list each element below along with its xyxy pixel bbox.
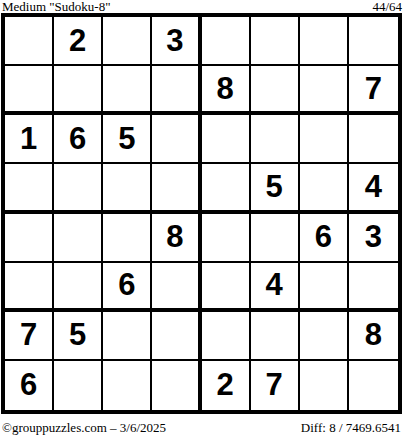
cell-r2c1-empty[interactable] xyxy=(5,66,54,115)
cell-r4c4-empty[interactable] xyxy=(152,164,201,213)
cell-r6c3-given[interactable]: 6 xyxy=(103,263,152,312)
progress-counter: 44/64 xyxy=(372,0,402,13)
cell-r7c1-given[interactable]: 7 xyxy=(5,312,54,361)
cell-r7c8-given[interactable]: 8 xyxy=(349,312,398,361)
cell-r8c7-empty[interactable] xyxy=(300,361,349,410)
cell-r1c5-empty[interactable] xyxy=(202,17,251,66)
cell-r4c6-given[interactable]: 5 xyxy=(251,164,300,213)
cell-r4c5-empty[interactable] xyxy=(202,164,251,213)
difficulty-rating: Diff: 8 / 7469.6541 xyxy=(301,421,401,435)
cell-r1c4-given[interactable]: 3 xyxy=(152,17,201,66)
cell-r5c3-empty[interactable] xyxy=(103,214,152,263)
cell-r4c3-empty[interactable] xyxy=(103,164,152,213)
cell-r3c8-empty[interactable] xyxy=(349,115,398,164)
cell-r2c6-empty[interactable] xyxy=(251,66,300,115)
cell-r6c4-empty[interactable] xyxy=(152,263,201,312)
cell-r4c2-empty[interactable] xyxy=(54,164,103,213)
cell-r5c4-given[interactable]: 8 xyxy=(152,214,201,263)
cell-r6c6-given[interactable]: 4 xyxy=(251,263,300,312)
sudoku-grid: 23871655486364758627 xyxy=(1,13,402,414)
puzzle-title: Medium "Sudoku-8" xyxy=(2,0,110,13)
cell-r7c6-empty[interactable] xyxy=(251,312,300,361)
cell-r3c4-empty[interactable] xyxy=(152,115,201,164)
cell-r1c2-given[interactable]: 2 xyxy=(54,17,103,66)
puzzle-page: Medium "Sudoku-8" 44/64 2387165548636475… xyxy=(0,0,403,437)
cell-r5c1-empty[interactable] xyxy=(5,214,54,263)
cell-r2c7-empty[interactable] xyxy=(300,66,349,115)
cell-r3c6-empty[interactable] xyxy=(251,115,300,164)
cell-r2c2-empty[interactable] xyxy=(54,66,103,115)
cell-r3c1-given[interactable]: 1 xyxy=(5,115,54,164)
cell-r1c1-empty[interactable] xyxy=(5,17,54,66)
cell-r8c6-given[interactable]: 7 xyxy=(251,361,300,410)
copyright-date: ©grouppuzzles.com – 3/6/2025 xyxy=(2,421,166,435)
cell-r8c4-empty[interactable] xyxy=(152,361,201,410)
cell-r7c3-empty[interactable] xyxy=(103,312,152,361)
cell-r8c5-given[interactable]: 2 xyxy=(202,361,251,410)
cell-r8c8-empty[interactable] xyxy=(349,361,398,410)
cell-r6c8-empty[interactable] xyxy=(349,263,398,312)
cell-r5c8-given[interactable]: 3 xyxy=(349,214,398,263)
cell-r2c5-given[interactable]: 8 xyxy=(202,66,251,115)
cell-r8c2-empty[interactable] xyxy=(54,361,103,410)
cell-r1c8-empty[interactable] xyxy=(349,17,398,66)
cell-r7c2-given[interactable]: 5 xyxy=(54,312,103,361)
cell-r6c1-empty[interactable] xyxy=(5,263,54,312)
cell-r5c7-given[interactable]: 6 xyxy=(300,214,349,263)
cell-r6c5-empty[interactable] xyxy=(202,263,251,312)
cell-r6c2-empty[interactable] xyxy=(54,263,103,312)
cell-r4c1-empty[interactable] xyxy=(5,164,54,213)
cell-r2c4-empty[interactable] xyxy=(152,66,201,115)
cell-r4c7-empty[interactable] xyxy=(300,164,349,213)
cell-r8c1-given[interactable]: 6 xyxy=(5,361,54,410)
cell-r5c6-empty[interactable] xyxy=(251,214,300,263)
cell-r7c7-empty[interactable] xyxy=(300,312,349,361)
cell-r6c7-empty[interactable] xyxy=(300,263,349,312)
cell-r3c3-given[interactable]: 5 xyxy=(103,115,152,164)
footer: ©grouppuzzles.com – 3/6/2025 Diff: 8 / 7… xyxy=(2,419,401,435)
cell-r3c5-empty[interactable] xyxy=(202,115,251,164)
cell-r3c2-given[interactable]: 6 xyxy=(54,115,103,164)
cell-r7c5-empty[interactable] xyxy=(202,312,251,361)
cell-r8c3-empty[interactable] xyxy=(103,361,152,410)
cell-r3c7-empty[interactable] xyxy=(300,115,349,164)
cell-r1c3-empty[interactable] xyxy=(103,17,152,66)
cell-r4c8-given[interactable]: 4 xyxy=(349,164,398,213)
cell-r1c6-empty[interactable] xyxy=(251,17,300,66)
cell-r2c3-empty[interactable] xyxy=(103,66,152,115)
cell-r7c4-empty[interactable] xyxy=(152,312,201,361)
cell-r5c2-empty[interactable] xyxy=(54,214,103,263)
cell-r1c7-empty[interactable] xyxy=(300,17,349,66)
cell-r5c5-empty[interactable] xyxy=(202,214,251,263)
cell-r2c8-given[interactable]: 7 xyxy=(349,66,398,115)
header: Medium "Sudoku-8" 44/64 xyxy=(2,0,402,14)
